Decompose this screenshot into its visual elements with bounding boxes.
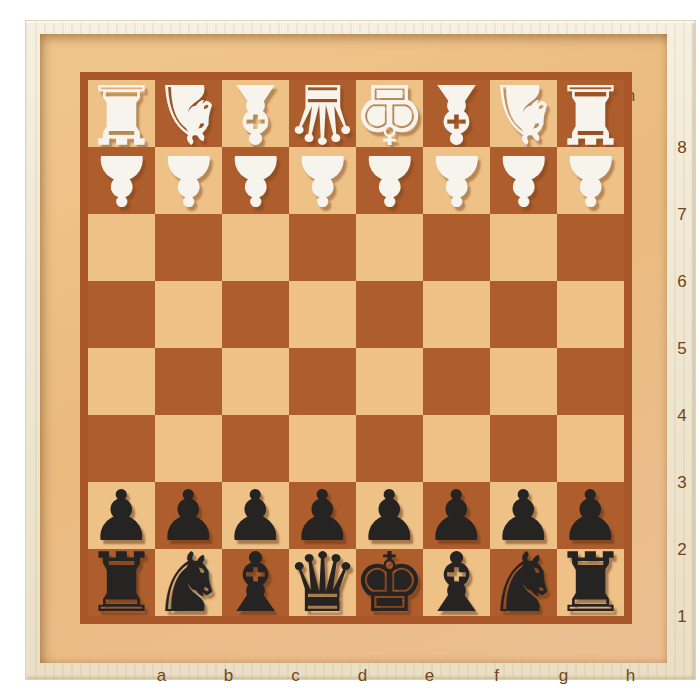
- rank-label-right-1: 1: [668, 583, 696, 650]
- square-b7[interactable]: ♟: [155, 147, 222, 214]
- black-rook-a1[interactable]: ♜: [88, 549, 155, 616]
- square-a8[interactable]: ♜: [88, 80, 155, 147]
- white-king-e8[interactable]: ♚: [356, 80, 423, 147]
- square-f5[interactable]: [423, 281, 490, 348]
- square-a4[interactable]: [88, 348, 155, 415]
- square-a6[interactable]: [88, 214, 155, 281]
- square-g4[interactable]: [490, 348, 557, 415]
- square-h7[interactable]: ♟: [557, 147, 624, 214]
- file-label-bottom-b: b: [195, 664, 262, 688]
- white-pawn-h7[interactable]: ♟: [557, 147, 624, 214]
- square-d1[interactable]: ♛: [289, 549, 356, 616]
- white-pawn-a7[interactable]: ♟: [88, 147, 155, 214]
- white-queen-d8[interactable]: ♛: [289, 80, 356, 147]
- white-pawn-d7[interactable]: ♟: [289, 147, 356, 214]
- square-g5[interactable]: [490, 281, 557, 348]
- file-label-bottom-f: f: [463, 664, 530, 688]
- black-rook-h1[interactable]: ♜: [557, 549, 624, 616]
- square-b3[interactable]: [155, 415, 222, 482]
- square-f4[interactable]: [423, 348, 490, 415]
- square-d4[interactable]: [289, 348, 356, 415]
- white-rook-a8[interactable]: ♜: [88, 80, 155, 147]
- white-pawn-c7[interactable]: ♟: [222, 147, 289, 214]
- square-e8[interactable]: ♚: [356, 80, 423, 147]
- file-label-bottom-e: e: [396, 664, 463, 688]
- demo-chessboard-photo: abcdefgh abcdefgh 87654321 87654321 ♜♞♝♛…: [0, 0, 700, 700]
- rank-label-right-2: 2: [668, 516, 696, 583]
- square-g1[interactable]: ♞: [490, 549, 557, 616]
- white-pawn-g7[interactable]: ♟: [490, 147, 557, 214]
- square-g3[interactable]: [490, 415, 557, 482]
- square-a5[interactable]: [88, 281, 155, 348]
- black-knight-b1[interactable]: ♞: [155, 549, 222, 616]
- square-c7[interactable]: ♟: [222, 147, 289, 214]
- white-rook-h8[interactable]: ♜: [557, 80, 624, 147]
- black-queen-d1[interactable]: ♛: [289, 549, 356, 616]
- square-e5[interactable]: [356, 281, 423, 348]
- square-e7[interactable]: ♟: [356, 147, 423, 214]
- square-e6[interactable]: [356, 214, 423, 281]
- white-bishop-f8[interactable]: ♝: [423, 80, 490, 147]
- square-b1[interactable]: ♞: [155, 549, 222, 616]
- white-pawn-e7[interactable]: ♟: [356, 147, 423, 214]
- square-f1[interactable]: ♝: [423, 549, 490, 616]
- square-b8[interactable]: ♞: [155, 80, 222, 147]
- square-b5[interactable]: [155, 281, 222, 348]
- square-c8[interactable]: ♝: [222, 80, 289, 147]
- rank-label-right-6: 6: [668, 248, 696, 315]
- file-label-bottom-c: c: [262, 664, 329, 688]
- rank-label-right-3: 3: [668, 449, 696, 516]
- square-f3[interactable]: [423, 415, 490, 482]
- square-d3[interactable]: [289, 415, 356, 482]
- square-c4[interactable]: [222, 348, 289, 415]
- rank-label-right-7: 7: [668, 181, 696, 248]
- square-a1[interactable]: ♜: [88, 549, 155, 616]
- file-label-bottom-g: g: [530, 664, 597, 688]
- file-labels-bottom: abcdefgh: [128, 664, 664, 688]
- square-h5[interactable]: [557, 281, 624, 348]
- white-knight-b8[interactable]: ♞: [155, 80, 222, 147]
- square-h8[interactable]: ♜: [557, 80, 624, 147]
- square-h4[interactable]: [557, 348, 624, 415]
- file-label-bottom-a: a: [128, 664, 195, 688]
- chess-grid: ♜♞♝♛♚♝♞♜♟♟♟♟♟♟♟♟♟♟♟♟♟♟♟♟♜♞♝♛♚♝♞♜: [80, 72, 632, 624]
- square-c6[interactable]: [222, 214, 289, 281]
- square-e1[interactable]: ♚: [356, 549, 423, 616]
- square-b4[interactable]: [155, 348, 222, 415]
- square-a7[interactable]: ♟: [88, 147, 155, 214]
- white-knight-g8[interactable]: ♞: [490, 80, 557, 147]
- square-c1[interactable]: ♝: [222, 549, 289, 616]
- rank-label-right-8: 8: [668, 114, 696, 181]
- square-d6[interactable]: [289, 214, 356, 281]
- square-d5[interactable]: [289, 281, 356, 348]
- black-knight-g1[interactable]: ♞: [490, 549, 557, 616]
- square-g6[interactable]: [490, 214, 557, 281]
- square-h1[interactable]: ♜: [557, 549, 624, 616]
- square-f6[interactable]: [423, 214, 490, 281]
- white-bishop-c8[interactable]: ♝: [222, 80, 289, 147]
- white-pawn-b7[interactable]: ♟: [155, 147, 222, 214]
- square-g7[interactable]: ♟: [490, 147, 557, 214]
- square-d8[interactable]: ♛: [289, 80, 356, 147]
- file-label-bottom-h: h: [597, 664, 664, 688]
- square-e4[interactable]: [356, 348, 423, 415]
- square-a3[interactable]: [88, 415, 155, 482]
- white-pawn-f7[interactable]: ♟: [423, 147, 490, 214]
- square-g8[interactable]: ♞: [490, 80, 557, 147]
- square-f8[interactable]: ♝: [423, 80, 490, 147]
- black-bishop-f1[interactable]: ♝: [423, 549, 490, 616]
- square-c5[interactable]: [222, 281, 289, 348]
- square-h6[interactable]: [557, 214, 624, 281]
- black-bishop-c1[interactable]: ♝: [222, 549, 289, 616]
- square-c3[interactable]: [222, 415, 289, 482]
- square-b6[interactable]: [155, 214, 222, 281]
- rank-label-right-4: 4: [668, 382, 696, 449]
- rank-label-right-5: 5: [668, 315, 696, 382]
- file-label-bottom-d: d: [329, 664, 396, 688]
- square-h3[interactable]: [557, 415, 624, 482]
- square-e3[interactable]: [356, 415, 423, 482]
- square-f7[interactable]: ♟: [423, 147, 490, 214]
- black-king-e1[interactable]: ♚: [356, 549, 423, 616]
- square-d7[interactable]: ♟: [289, 147, 356, 214]
- rank-labels-right: 87654321: [668, 114, 696, 650]
